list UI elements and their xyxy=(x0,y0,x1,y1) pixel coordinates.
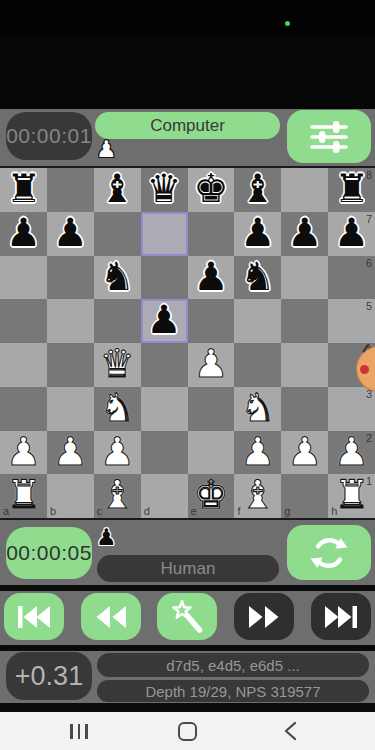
square-a4[interactable] xyxy=(0,343,47,387)
square-f7[interactable]: ♟ xyxy=(234,212,281,256)
flip-restart-button[interactable] xyxy=(287,525,371,580)
file-label-b: b xyxy=(50,505,56,517)
divider xyxy=(0,703,375,712)
rank-label-6: 6 xyxy=(366,257,372,269)
square-f3[interactable]: ♞ xyxy=(234,387,281,431)
square-e6[interactable]: ♟ xyxy=(188,256,235,300)
white-queen-piece: ♛ xyxy=(94,342,141,386)
square-a6[interactable] xyxy=(0,256,47,300)
square-c7[interactable] xyxy=(94,212,141,256)
square-g1[interactable]: g xyxy=(281,474,328,518)
square-e5[interactable] xyxy=(188,299,235,343)
white-pawn-piece: ♟ xyxy=(0,430,47,474)
evaluation-value: +0.31 xyxy=(15,661,83,692)
square-d3[interactable] xyxy=(141,387,188,431)
square-h3[interactable]: 3 xyxy=(328,387,375,431)
file-label-f: f xyxy=(237,505,240,517)
recents-icon xyxy=(70,724,88,739)
square-b8[interactable] xyxy=(47,168,94,212)
fast-forward-icon xyxy=(247,604,281,630)
rewind-icon xyxy=(94,604,128,630)
status-bar xyxy=(0,0,375,109)
white-pawn-piece: ♟ xyxy=(94,430,141,474)
computer-clock: 00:00:01 xyxy=(6,112,92,160)
square-f5[interactable] xyxy=(234,299,281,343)
sliders-icon xyxy=(307,119,351,155)
square-f2[interactable]: ♟ xyxy=(234,431,281,475)
file-label-c: c xyxy=(97,505,103,517)
square-h1[interactable]: ♜1h xyxy=(328,474,375,518)
square-a5[interactable] xyxy=(0,299,47,343)
skip-end-icon xyxy=(322,604,360,630)
captured-white-pawn-icon: ♟ xyxy=(96,136,117,162)
captured-black-pawn-icon: ♟ xyxy=(96,524,117,550)
skip-to-end-button[interactable] xyxy=(311,593,371,640)
black-bishop-piece: ♝ xyxy=(234,167,281,211)
square-b3[interactable] xyxy=(47,387,94,431)
white-knight-piece: ♞ xyxy=(94,386,141,430)
computer-player-button[interactable]: Computer xyxy=(95,112,280,139)
square-f8[interactable]: ♝ xyxy=(234,168,281,212)
pv-line-text: d7d5, e4d5, e6d5 ... xyxy=(166,657,299,674)
square-f4[interactable] xyxy=(234,343,281,387)
square-c2[interactable]: ♟ xyxy=(94,431,141,475)
app-screen: 00:00:01 Computer ♟ ♜♝♛♚♝♜8♟ xyxy=(0,0,375,750)
black-rook-piece: ♜ xyxy=(0,167,47,211)
square-b6[interactable] xyxy=(47,256,94,300)
engine-stats-text: Depth 19/29, NPS 319577 xyxy=(145,683,320,700)
square-e1[interactable]: ♚e xyxy=(188,474,235,518)
sync-icon xyxy=(308,533,350,573)
square-c4[interactable]: ♛ xyxy=(94,343,141,387)
back-icon xyxy=(281,720,303,742)
square-h6[interactable]: 6 xyxy=(328,256,375,300)
analysis-panel: +0.31 d7d5, e4d5, e6d5 ... Depth 19/29, … xyxy=(0,651,375,703)
square-d1[interactable]: d xyxy=(141,474,188,518)
square-e7[interactable] xyxy=(188,212,235,256)
square-b4[interactable] xyxy=(47,343,94,387)
black-knight-piece: ♞ xyxy=(234,255,281,299)
rank-label-7: 7 xyxy=(366,213,372,225)
square-a8[interactable]: ♜ xyxy=(0,168,47,212)
square-a1[interactable]: ♜a xyxy=(0,474,47,518)
square-a2[interactable]: ♟ xyxy=(0,431,47,475)
hint-button[interactable] xyxy=(157,593,217,640)
playback-controls xyxy=(0,591,375,645)
square-g7[interactable]: ♟ xyxy=(281,212,328,256)
black-pawn-piece: ♟ xyxy=(188,255,235,299)
black-king-piece: ♚ xyxy=(188,167,235,211)
square-g5[interactable] xyxy=(281,299,328,343)
square-g3[interactable] xyxy=(281,387,328,431)
pv-line-pill: d7d5, e4d5, e6d5 ... xyxy=(97,653,369,677)
square-g2[interactable]: ♟ xyxy=(281,431,328,475)
engine-settings-button[interactable] xyxy=(287,110,371,163)
square-e2[interactable] xyxy=(188,431,235,475)
rewind-button[interactable] xyxy=(81,593,141,640)
black-knight-piece: ♞ xyxy=(94,255,141,299)
back-button[interactable] xyxy=(272,712,312,750)
white-pawn-piece: ♟ xyxy=(188,342,235,386)
black-pawn-piece: ♟ xyxy=(0,211,47,255)
white-bishop-piece: ♝ xyxy=(234,473,281,517)
evaluation-badge: +0.31 xyxy=(6,652,92,700)
square-h5[interactable]: 5 xyxy=(328,299,375,343)
human-clock-time: 00:00:05 xyxy=(6,541,92,565)
camera-indicator-dot xyxy=(285,21,290,26)
human-clock: 00:00:05 xyxy=(6,527,92,579)
square-d5[interactable]: ♟ xyxy=(141,299,188,343)
square-g6[interactable] xyxy=(281,256,328,300)
file-label-g: g xyxy=(284,505,290,517)
square-a7[interactable]: ♟ xyxy=(0,212,47,256)
human-panel: 00:00:05 ♟ Human xyxy=(0,522,375,585)
file-label-d: d xyxy=(144,505,150,517)
square-d2[interactable] xyxy=(141,431,188,475)
black-queen-piece: ♛ xyxy=(141,167,188,211)
square-e8[interactable]: ♚ xyxy=(188,168,235,212)
square-c8[interactable]: ♝ xyxy=(94,168,141,212)
camera-cutout-area xyxy=(0,36,375,109)
square-c6[interactable]: ♞ xyxy=(94,256,141,300)
black-pawn-piece: ♟ xyxy=(281,211,328,255)
square-g8[interactable] xyxy=(281,168,328,212)
captured-by-human-tray: ♟ xyxy=(96,523,117,551)
white-pawn-piece: ♟ xyxy=(47,430,94,474)
square-d6[interactable] xyxy=(141,256,188,300)
magic-wand-icon xyxy=(170,600,204,634)
file-label-a: a xyxy=(3,505,9,517)
square-f1[interactable]: ♝f xyxy=(234,474,281,518)
rank-label-2: 2 xyxy=(366,432,372,444)
human-player-label: Human xyxy=(161,559,216,579)
home-icon xyxy=(178,722,197,741)
square-d7[interactable] xyxy=(141,212,188,256)
forward-button[interactable] xyxy=(234,593,294,640)
computer-panel: 00:00:01 Computer ♟ xyxy=(0,109,375,168)
square-d8[interactable]: ♛ xyxy=(141,168,188,212)
square-h7[interactable]: ♟7 xyxy=(328,212,375,256)
skip-to-start-button[interactable] xyxy=(4,593,64,640)
black-bishop-piece: ♝ xyxy=(94,167,141,211)
bubble-record-dot xyxy=(360,365,369,374)
android-navbar xyxy=(0,712,375,750)
white-pawn-piece: ♟ xyxy=(281,430,328,474)
square-b7[interactable]: ♟ xyxy=(47,212,94,256)
square-h8[interactable]: ♜8 xyxy=(328,168,375,212)
square-b5[interactable] xyxy=(47,299,94,343)
square-c3[interactable]: ♞ xyxy=(94,387,141,431)
computer-clock-time: 00:00:01 xyxy=(6,124,92,148)
square-g4[interactable] xyxy=(281,343,328,387)
square-e3[interactable] xyxy=(188,387,235,431)
engine-stats-pill: Depth 19/29, NPS 319577 xyxy=(97,680,369,702)
recents-button[interactable] xyxy=(59,712,99,750)
square-d4[interactable] xyxy=(141,343,188,387)
captured-by-computer-tray: ♟ xyxy=(96,135,117,163)
rank-label-5: 5 xyxy=(366,300,372,312)
home-button[interactable] xyxy=(167,712,207,750)
file-label-h: h xyxy=(331,505,337,517)
square-f6[interactable]: ♞ xyxy=(234,256,281,300)
human-player-button[interactable]: Human xyxy=(97,555,279,582)
square-c5[interactable] xyxy=(94,299,141,343)
skip-start-icon xyxy=(15,604,53,630)
rank-label-8: 8 xyxy=(366,169,372,181)
white-knight-piece: ♞ xyxy=(234,386,281,430)
file-label-e: e xyxy=(191,505,197,517)
square-b2[interactable]: ♟ xyxy=(47,431,94,475)
computer-player-label: Computer xyxy=(150,116,225,136)
square-c1[interactable]: ♝c xyxy=(94,474,141,518)
square-b1[interactable]: b xyxy=(47,474,94,518)
white-pawn-piece: ♟ xyxy=(234,430,281,474)
chess-board: ♜♝♛♚♝♜8♟♟♟♟♟7♞♟♞6♟5♛♟4♞♞3♟♟♟♟♟♟2♜ab♝cd♚e… xyxy=(0,168,375,520)
square-a3[interactable] xyxy=(0,387,47,431)
black-pawn-piece: ♟ xyxy=(234,211,281,255)
black-pawn-piece: ♟ xyxy=(141,298,188,342)
rank-label-1: 1 xyxy=(366,475,372,487)
square-h2[interactable]: ♟2 xyxy=(328,431,375,475)
black-pawn-piece: ♟ xyxy=(47,211,94,255)
square-e4[interactable]: ♟ xyxy=(188,343,235,387)
